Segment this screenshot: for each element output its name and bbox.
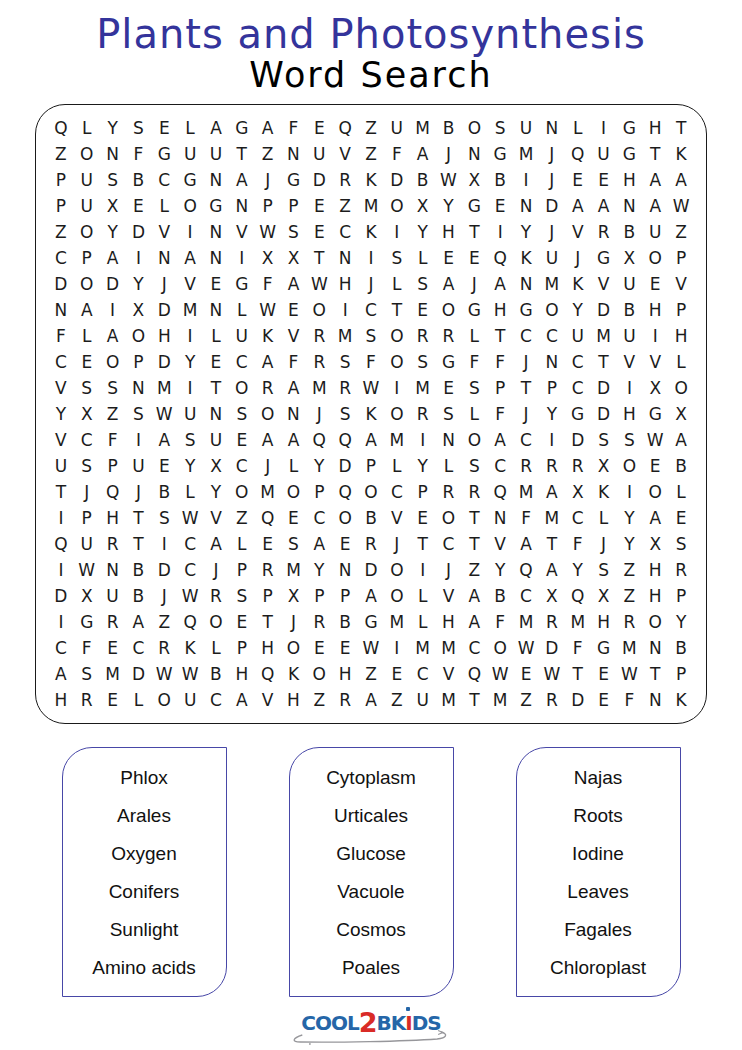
grid-cell-r1c10[interactable]: F	[281, 115, 307, 141]
grid-cell-r7c10[interactable]: A	[281, 271, 307, 297]
grid-cell-r12c5[interactable]: W	[151, 401, 177, 427]
grid-cell-r10c2[interactable]: E	[74, 349, 100, 375]
grid-cell-r4c19[interactable]: N	[513, 193, 539, 219]
grid-cell-r15c22[interactable]: K	[591, 479, 617, 505]
grid-cell-r8c13[interactable]: C	[358, 297, 384, 323]
grid-cell-r7c24[interactable]: E	[642, 271, 668, 297]
grid-cell-r21c10[interactable]: O	[281, 635, 307, 661]
grid-cell-r14c23[interactable]: O	[616, 453, 642, 479]
grid-cell-r17c7[interactable]: A	[203, 531, 229, 557]
grid-cell-r14c12[interactable]: D	[332, 453, 358, 479]
grid-cell-r1c2[interactable]: L	[74, 115, 100, 141]
grid-cell-r2c14[interactable]: F	[384, 141, 410, 167]
grid-cell-r12c3[interactable]: Z	[100, 401, 126, 427]
grid-cell-r1c22[interactable]: I	[591, 115, 617, 141]
grid-cell-r9c15[interactable]: R	[410, 323, 436, 349]
grid-cell-r20c2[interactable]: G	[74, 609, 100, 635]
grid-cell-r23c14[interactable]: Z	[384, 687, 410, 713]
grid-cell-r2c22[interactable]: U	[591, 141, 617, 167]
grid-cell-r8c11[interactable]: O	[306, 297, 332, 323]
grid-cell-r5c17[interactable]: T	[461, 219, 487, 245]
grid-cell-r1c25[interactable]: T	[668, 115, 694, 141]
grid-cell-r9c14[interactable]: O	[384, 323, 410, 349]
grid-cell-r19c17[interactable]: A	[461, 583, 487, 609]
grid-cell-r15c21[interactable]: X	[565, 479, 591, 505]
grid-cell-r7c21[interactable]: K	[565, 271, 591, 297]
grid-cell-r17c16[interactable]: C	[436, 531, 462, 557]
grid-cell-r9c13[interactable]: S	[358, 323, 384, 349]
grid-cell-r4c23[interactable]: N	[616, 193, 642, 219]
grid-cell-r19c4[interactable]: B	[126, 583, 152, 609]
grid-cell-r4c3[interactable]: X	[100, 193, 126, 219]
grid-cell-r16c7[interactable]: V	[203, 505, 229, 531]
grid-cell-r1c18[interactable]: S	[487, 115, 513, 141]
grid-cell-r13c25[interactable]: A	[668, 427, 694, 453]
grid-cell-r19c11[interactable]: P	[306, 583, 332, 609]
grid-cell-r17c8[interactable]: L	[229, 531, 255, 557]
grid-cell-r11c6[interactable]: I	[177, 375, 203, 401]
grid-cell-r2c11[interactable]: U	[306, 141, 332, 167]
grid-cell-r16c3[interactable]: H	[100, 505, 126, 531]
grid-cell-r21c20[interactable]: D	[539, 635, 565, 661]
grid-cell-r20c1[interactable]: I	[48, 609, 74, 635]
grid-cell-r23c11[interactable]: Z	[306, 687, 332, 713]
grid-cell-r18c18[interactable]: Y	[487, 557, 513, 583]
grid-cell-r22c2[interactable]: S	[74, 661, 100, 687]
grid-cell-r22c8[interactable]: H	[229, 661, 255, 687]
grid-cell-r8c1[interactable]: N	[48, 297, 74, 323]
grid-cell-r22c9[interactable]: Q	[255, 661, 281, 687]
grid-cell-r12c14[interactable]: O	[384, 401, 410, 427]
grid-cell-r13c13[interactable]: A	[358, 427, 384, 453]
grid-cell-r16c25[interactable]: E	[668, 505, 694, 531]
grid-cell-r1c13[interactable]: Z	[358, 115, 384, 141]
grid-cell-r10c18[interactable]: F	[487, 349, 513, 375]
grid-cell-r19c16[interactable]: V	[436, 583, 462, 609]
grid-cell-r9c5[interactable]: H	[151, 323, 177, 349]
grid-cell-r8c9[interactable]: W	[255, 297, 281, 323]
grid-cell-r12c22[interactable]: D	[591, 401, 617, 427]
grid-cell-r15c2[interactable]: J	[74, 479, 100, 505]
grid-cell-r12c18[interactable]: F	[487, 401, 513, 427]
grid-cell-r20c8[interactable]: E	[229, 609, 255, 635]
grid-cell-r13c21[interactable]: D	[565, 427, 591, 453]
grid-cell-r15c6[interactable]: L	[177, 479, 203, 505]
grid-cell-r23c7[interactable]: C	[203, 687, 229, 713]
grid-cell-r20c22[interactable]: H	[591, 609, 617, 635]
grid-cell-r5c5[interactable]: V	[151, 219, 177, 245]
grid-cell-r5c24[interactable]: U	[642, 219, 668, 245]
grid-cell-r7c22[interactable]: V	[591, 271, 617, 297]
grid-cell-r14c7[interactable]: X	[203, 453, 229, 479]
grid-cell-r23c13[interactable]: A	[358, 687, 384, 713]
grid-cell-r3c22[interactable]: E	[591, 167, 617, 193]
grid-cell-r5c15[interactable]: Y	[410, 219, 436, 245]
grid-cell-r12c4[interactable]: S	[126, 401, 152, 427]
grid-cell-r23c12[interactable]: R	[332, 687, 358, 713]
grid-cell-r5c20[interactable]: J	[539, 219, 565, 245]
grid-cell-r4c17[interactable]: G	[461, 193, 487, 219]
grid-cell-r15c24[interactable]: O	[642, 479, 668, 505]
grid-cell-r17c1[interactable]: Q	[48, 531, 74, 557]
grid-cell-r2c4[interactable]: F	[126, 141, 152, 167]
grid-cell-r12c20[interactable]: Y	[539, 401, 565, 427]
grid-cell-r6c10[interactable]: X	[281, 245, 307, 271]
grid-cell-r5c16[interactable]: H	[436, 219, 462, 245]
grid-cell-r15c23[interactable]: I	[616, 479, 642, 505]
grid-cell-r19c13[interactable]: A	[358, 583, 384, 609]
grid-cell-r9c2[interactable]: L	[74, 323, 100, 349]
grid-cell-r23c1[interactable]: H	[48, 687, 74, 713]
grid-cell-r23c6[interactable]: U	[177, 687, 203, 713]
grid-cell-r2c15[interactable]: A	[410, 141, 436, 167]
grid-cell-r11c7[interactable]: T	[203, 375, 229, 401]
grid-cell-r12c13[interactable]: K	[358, 401, 384, 427]
grid-cell-r22c7[interactable]: B	[203, 661, 229, 687]
grid-cell-r12c7[interactable]: N	[203, 401, 229, 427]
grid-cell-r23c23[interactable]: F	[616, 687, 642, 713]
grid-cell-r9c23[interactable]: U	[616, 323, 642, 349]
grid-cell-r5c1[interactable]: Z	[48, 219, 74, 245]
grid-cell-r1c8[interactable]: G	[229, 115, 255, 141]
grid-cell-r23c2[interactable]: R	[74, 687, 100, 713]
grid-cell-r16c8[interactable]: Z	[229, 505, 255, 531]
grid-cell-r13c20[interactable]: I	[539, 427, 565, 453]
grid-cell-r7c16[interactable]: A	[436, 271, 462, 297]
grid-cell-r12c10[interactable]: N	[281, 401, 307, 427]
grid-cell-r6c8[interactable]: I	[229, 245, 255, 271]
grid-cell-r20c21[interactable]: M	[565, 609, 591, 635]
grid-cell-r22c21[interactable]: T	[565, 661, 591, 687]
grid-cell-r16c5[interactable]: S	[151, 505, 177, 531]
grid-cell-r13c8[interactable]: E	[229, 427, 255, 453]
grid-cell-r14c18[interactable]: C	[487, 453, 513, 479]
grid-cell-r14c6[interactable]: Y	[177, 453, 203, 479]
grid-cell-r16c9[interactable]: Q	[255, 505, 281, 531]
grid-cell-r14c13[interactable]: P	[358, 453, 384, 479]
grid-cell-r23c4[interactable]: L	[126, 687, 152, 713]
grid-cell-r14c8[interactable]: C	[229, 453, 255, 479]
grid-cell-r14c22[interactable]: X	[591, 453, 617, 479]
grid-cell-r8c7[interactable]: N	[203, 297, 229, 323]
grid-cell-r21c5[interactable]: R	[151, 635, 177, 661]
grid-cell-r16c16[interactable]: O	[436, 505, 462, 531]
grid-cell-r10c17[interactable]: F	[461, 349, 487, 375]
grid-cell-r1c6[interactable]: L	[177, 115, 203, 141]
grid-cell-r20c11[interactable]: R	[306, 609, 332, 635]
grid-cell-r17c15[interactable]: T	[410, 531, 436, 557]
grid-cell-r13c4[interactable]: I	[126, 427, 152, 453]
grid-cell-r8c14[interactable]: T	[384, 297, 410, 323]
grid-cell-r13c1[interactable]: V	[48, 427, 74, 453]
grid-cell-r3c9[interactable]: J	[255, 167, 281, 193]
grid-cell-r19c12[interactable]: P	[332, 583, 358, 609]
grid-cell-r20c15[interactable]: L	[410, 609, 436, 635]
grid-cell-r3c24[interactable]: A	[642, 167, 668, 193]
grid-cell-r7c20[interactable]: M	[539, 271, 565, 297]
grid-cell-r16c14[interactable]: V	[384, 505, 410, 531]
grid-cell-r22c25[interactable]: P	[668, 661, 694, 687]
grid-cell-r6c24[interactable]: O	[642, 245, 668, 271]
grid-cell-r9c8[interactable]: U	[229, 323, 255, 349]
grid-cell-r3c14[interactable]: D	[384, 167, 410, 193]
grid-cell-r11c24[interactable]: X	[642, 375, 668, 401]
grid-cell-r3c23[interactable]: H	[616, 167, 642, 193]
grid-cell-r15c10[interactable]: O	[281, 479, 307, 505]
grid-cell-r1c12[interactable]: Q	[332, 115, 358, 141]
grid-cell-r22c15[interactable]: C	[410, 661, 436, 687]
grid-cell-r16c13[interactable]: B	[358, 505, 384, 531]
grid-cell-r2c20[interactable]: J	[539, 141, 565, 167]
grid-cell-r13c22[interactable]: S	[591, 427, 617, 453]
grid-cell-r3c21[interactable]: E	[565, 167, 591, 193]
grid-cell-r19c9[interactable]: P	[255, 583, 281, 609]
grid-cell-r18c14[interactable]: O	[384, 557, 410, 583]
grid-cell-r10c22[interactable]: T	[591, 349, 617, 375]
grid-cell-r11c18[interactable]: P	[487, 375, 513, 401]
grid-cell-r19c19[interactable]: C	[513, 583, 539, 609]
grid-cell-r8c18[interactable]: H	[487, 297, 513, 323]
grid-cell-r9c1[interactable]: F	[48, 323, 74, 349]
grid-cell-r2c9[interactable]: Z	[255, 141, 281, 167]
grid-cell-r10c12[interactable]: S	[332, 349, 358, 375]
grid-cell-r2c18[interactable]: G	[487, 141, 513, 167]
grid-cell-r3c11[interactable]: D	[306, 167, 332, 193]
grid-cell-r8c21[interactable]: Y	[565, 297, 591, 323]
grid-cell-r9c22[interactable]: M	[591, 323, 617, 349]
grid-cell-r18c1[interactable]: I	[48, 557, 74, 583]
grid-cell-r1c5[interactable]: E	[151, 115, 177, 141]
grid-cell-r8c24[interactable]: H	[642, 297, 668, 323]
grid-cell-r6c7[interactable]: N	[203, 245, 229, 271]
grid-cell-r13c12[interactable]: Q	[332, 427, 358, 453]
grid-cell-r13c5[interactable]: A	[151, 427, 177, 453]
grid-cell-r19c8[interactable]: S	[229, 583, 255, 609]
grid-cell-r5c11[interactable]: E	[306, 219, 332, 245]
grid-cell-r9c16[interactable]: R	[436, 323, 462, 349]
grid-cell-r19c14[interactable]: O	[384, 583, 410, 609]
grid-cell-r11c21[interactable]: C	[565, 375, 591, 401]
grid-cell-r13c23[interactable]: S	[616, 427, 642, 453]
grid-cell-r9c3[interactable]: A	[100, 323, 126, 349]
grid-cell-r20c20[interactable]: R	[539, 609, 565, 635]
grid-cell-r15c20[interactable]: A	[539, 479, 565, 505]
grid-cell-r8c20[interactable]: O	[539, 297, 565, 323]
grid-cell-r16c10[interactable]: E	[281, 505, 307, 531]
grid-cell-r20c13[interactable]: G	[358, 609, 384, 635]
grid-cell-r13c18[interactable]: A	[487, 427, 513, 453]
grid-cell-r17c18[interactable]: V	[487, 531, 513, 557]
grid-cell-r9c12[interactable]: M	[332, 323, 358, 349]
grid-cell-r13c14[interactable]: M	[384, 427, 410, 453]
grid-cell-r21c16[interactable]: M	[436, 635, 462, 661]
grid-cell-r18c7[interactable]: J	[203, 557, 229, 583]
grid-cell-r20c17[interactable]: A	[461, 609, 487, 635]
grid-cell-r4c15[interactable]: X	[410, 193, 436, 219]
grid-cell-r12c1[interactable]: Y	[48, 401, 74, 427]
grid-cell-r23c22[interactable]: E	[591, 687, 617, 713]
grid-cell-r13c3[interactable]: F	[100, 427, 126, 453]
grid-cell-r6c6[interactable]: A	[177, 245, 203, 271]
grid-cell-r11c20[interactable]: P	[539, 375, 565, 401]
grid-cell-r22c18[interactable]: W	[487, 661, 513, 687]
grid-cell-r21c12[interactable]: E	[332, 635, 358, 661]
grid-cell-r7c17[interactable]: J	[461, 271, 487, 297]
grid-cell-r7c6[interactable]: V	[177, 271, 203, 297]
grid-cell-r3c15[interactable]: B	[410, 167, 436, 193]
grid-cell-r3c18[interactable]: B	[487, 167, 513, 193]
grid-cell-r14c15[interactable]: Y	[410, 453, 436, 479]
grid-cell-r4c25[interactable]: W	[668, 193, 694, 219]
grid-cell-r17c13[interactable]: R	[358, 531, 384, 557]
grid-cell-r18c11[interactable]: Y	[306, 557, 332, 583]
grid-cell-r5c2[interactable]: O	[74, 219, 100, 245]
grid-cell-r7c5[interactable]: J	[151, 271, 177, 297]
grid-cell-r23c20[interactable]: R	[539, 687, 565, 713]
grid-cell-r12c6[interactable]: U	[177, 401, 203, 427]
grid-cell-r10c9[interactable]: A	[255, 349, 281, 375]
grid-cell-r14c3[interactable]: P	[100, 453, 126, 479]
grid-cell-r7c8[interactable]: G	[229, 271, 255, 297]
grid-cell-r8c12[interactable]: I	[332, 297, 358, 323]
grid-cell-r15c3[interactable]: Q	[100, 479, 126, 505]
grid-cell-r6c18[interactable]: Q	[487, 245, 513, 271]
grid-cell-r3c25[interactable]: A	[668, 167, 694, 193]
grid-cell-r13c16[interactable]: N	[436, 427, 462, 453]
grid-cell-r13c10[interactable]: A	[281, 427, 307, 453]
grid-cell-r1c21[interactable]: L	[565, 115, 591, 141]
grid-cell-r6c21[interactable]: J	[565, 245, 591, 271]
grid-cell-r10c20[interactable]: N	[539, 349, 565, 375]
grid-cell-r12c24[interactable]: G	[642, 401, 668, 427]
grid-cell-r4c21[interactable]: A	[565, 193, 591, 219]
grid-cell-r4c1[interactable]: P	[48, 193, 74, 219]
grid-cell-r22c24[interactable]: T	[642, 661, 668, 687]
grid-cell-r14c16[interactable]: L	[436, 453, 462, 479]
grid-cell-r18c6[interactable]: C	[177, 557, 203, 583]
grid-cell-r18c15[interactable]: I	[410, 557, 436, 583]
grid-cell-r20c5[interactable]: Z	[151, 609, 177, 635]
grid-cell-r12c2[interactable]: X	[74, 401, 100, 427]
grid-cell-r18c21[interactable]: Y	[565, 557, 591, 583]
grid-cell-r1c9[interactable]: A	[255, 115, 281, 141]
grid-cell-r1c3[interactable]: Y	[100, 115, 126, 141]
grid-cell-r5c9[interactable]: W	[255, 219, 281, 245]
grid-cell-r2c12[interactable]: V	[332, 141, 358, 167]
grid-cell-r11c14[interactable]: I	[384, 375, 410, 401]
grid-cell-r13c24[interactable]: W	[642, 427, 668, 453]
grid-cell-r2c25[interactable]: K	[668, 141, 694, 167]
grid-cell-r20c19[interactable]: M	[513, 609, 539, 635]
grid-cell-r20c25[interactable]: Y	[668, 609, 694, 635]
grid-cell-r2c19[interactable]: M	[513, 141, 539, 167]
grid-cell-r23c25[interactable]: K	[668, 687, 694, 713]
grid-cell-r14c9[interactable]: J	[255, 453, 281, 479]
grid-cell-r11c2[interactable]: S	[74, 375, 100, 401]
grid-cell-r20c16[interactable]: H	[436, 609, 462, 635]
grid-cell-r15c13[interactable]: O	[358, 479, 384, 505]
grid-cell-r21c11[interactable]: E	[306, 635, 332, 661]
grid-cell-r4c2[interactable]: U	[74, 193, 100, 219]
grid-cell-r7c15[interactable]: S	[410, 271, 436, 297]
grid-cell-r4c24[interactable]: A	[642, 193, 668, 219]
grid-cell-r18c4[interactable]: B	[126, 557, 152, 583]
grid-cell-r14c11[interactable]: Y	[306, 453, 332, 479]
grid-cell-r14c21[interactable]: R	[565, 453, 591, 479]
grid-cell-r10c11[interactable]: R	[306, 349, 332, 375]
grid-cell-r19c18[interactable]: B	[487, 583, 513, 609]
grid-cell-r11c1[interactable]: V	[48, 375, 74, 401]
grid-cell-r4c11[interactable]: E	[306, 193, 332, 219]
grid-cell-r10c24[interactable]: V	[642, 349, 668, 375]
grid-cell-r6c16[interactable]: E	[436, 245, 462, 271]
grid-cell-r12c17[interactable]: L	[461, 401, 487, 427]
grid-cell-r2c23[interactable]: G	[616, 141, 642, 167]
grid-cell-r13c2[interactable]: C	[74, 427, 100, 453]
grid-cell-r6c22[interactable]: G	[591, 245, 617, 271]
grid-cell-r18c24[interactable]: H	[642, 557, 668, 583]
grid-cell-r15c9[interactable]: M	[255, 479, 281, 505]
grid-cell-r22c12[interactable]: H	[332, 661, 358, 687]
grid-cell-r10c25[interactable]: L	[668, 349, 694, 375]
grid-cell-r21c14[interactable]: I	[384, 635, 410, 661]
grid-cell-r19c21[interactable]: Q	[565, 583, 591, 609]
grid-cell-r17c2[interactable]: U	[74, 531, 100, 557]
grid-cell-r16c15[interactable]: E	[410, 505, 436, 531]
grid-cell-r3c20[interactable]: J	[539, 167, 565, 193]
grid-cell-r9c10[interactable]: V	[281, 323, 307, 349]
grid-cell-r15c25[interactable]: L	[668, 479, 694, 505]
grid-cell-r17c24[interactable]: X	[642, 531, 668, 557]
grid-cell-r18c3[interactable]: N	[100, 557, 126, 583]
grid-cell-r17c25[interactable]: S	[668, 531, 694, 557]
grid-cell-r5c13[interactable]: K	[358, 219, 384, 245]
grid-cell-r20c12[interactable]: B	[332, 609, 358, 635]
grid-cell-r4c6[interactable]: O	[177, 193, 203, 219]
grid-cell-r13c11[interactable]: Q	[306, 427, 332, 453]
grid-cell-r6c25[interactable]: P	[668, 245, 694, 271]
grid-cell-r22c20[interactable]: W	[539, 661, 565, 687]
grid-cell-r1c24[interactable]: H	[642, 115, 668, 141]
grid-cell-r2c17[interactable]: N	[461, 141, 487, 167]
grid-cell-r15c19[interactable]: M	[513, 479, 539, 505]
grid-cell-r9c18[interactable]: T	[487, 323, 513, 349]
grid-cell-r23c24[interactable]: N	[642, 687, 668, 713]
grid-cell-r5c8[interactable]: V	[229, 219, 255, 245]
grid-cell-r16c6[interactable]: W	[177, 505, 203, 531]
grid-cell-r2c5[interactable]: G	[151, 141, 177, 167]
grid-cell-r18c8[interactable]: P	[229, 557, 255, 583]
grid-cell-r19c5[interactable]: J	[151, 583, 177, 609]
grid-cell-r5c19[interactable]: Y	[513, 219, 539, 245]
grid-cell-r5c22[interactable]: R	[591, 219, 617, 245]
grid-cell-r15c7[interactable]: Y	[203, 479, 229, 505]
grid-cell-r9c4[interactable]: O	[126, 323, 152, 349]
grid-cell-r9c21[interactable]: U	[565, 323, 591, 349]
grid-cell-r18c25[interactable]: R	[668, 557, 694, 583]
grid-cell-r2c7[interactable]: U	[203, 141, 229, 167]
grid-cell-r3c8[interactable]: A	[229, 167, 255, 193]
grid-cell-r19c2[interactable]: X	[74, 583, 100, 609]
grid-cell-r23c3[interactable]: E	[100, 687, 126, 713]
grid-cell-r23c18[interactable]: M	[487, 687, 513, 713]
grid-cell-r18c10[interactable]: M	[281, 557, 307, 583]
grid-cell-r6c17[interactable]: E	[461, 245, 487, 271]
grid-cell-r19c22[interactable]: X	[591, 583, 617, 609]
grid-cell-r7c4[interactable]: Y	[126, 271, 152, 297]
grid-cell-r15c16[interactable]: R	[436, 479, 462, 505]
grid-cell-r9c24[interactable]: I	[642, 323, 668, 349]
